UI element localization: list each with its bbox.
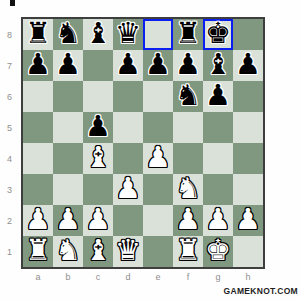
square-e1[interactable]	[143, 236, 173, 267]
piece-white-pawn[interactable]: ♟	[145, 142, 171, 173]
square-b4[interactable]	[53, 143, 83, 174]
piece-black-pawn[interactable]: ♟	[175, 49, 201, 80]
square-f4[interactable]	[173, 143, 203, 174]
square-h6[interactable]	[233, 81, 263, 112]
square-c2[interactable]: ♟	[83, 205, 113, 236]
square-h2[interactable]: ♟	[233, 205, 263, 236]
square-d1[interactable]: ♛	[113, 236, 143, 267]
piece-black-knight[interactable]: ♞	[55, 18, 81, 49]
piece-black-rook[interactable]: ♜	[25, 18, 51, 49]
piece-white-king[interactable]: ♚	[205, 235, 231, 266]
file-labels: abcdefgh	[23, 271, 263, 283]
piece-white-pawn[interactable]: ♟	[115, 173, 141, 204]
square-e2[interactable]	[143, 205, 173, 236]
file-label-g: g	[203, 271, 233, 283]
piece-black-queen[interactable]: ♛	[115, 18, 141, 49]
square-g2[interactable]: ♟	[203, 205, 233, 236]
piece-black-knight[interactable]: ♞	[175, 80, 201, 111]
square-f6[interactable]: ♞	[173, 81, 203, 112]
piece-black-pawn[interactable]: ♟	[55, 49, 81, 80]
square-h7[interactable]: ♟	[233, 50, 263, 81]
square-b7[interactable]: ♟	[53, 50, 83, 81]
square-h5[interactable]	[233, 112, 263, 143]
square-f5[interactable]	[173, 112, 203, 143]
square-b8[interactable]: ♞	[53, 19, 83, 50]
piece-black-pawn[interactable]: ♟	[235, 49, 261, 80]
piece-white-pawn[interactable]: ♟	[205, 204, 231, 235]
square-e4[interactable]: ♟	[143, 143, 173, 174]
piece-black-pawn[interactable]: ♟	[205, 80, 231, 111]
square-a2[interactable]: ♟	[23, 205, 53, 236]
piece-black-pawn[interactable]: ♟	[85, 111, 111, 142]
square-d6[interactable]	[113, 81, 143, 112]
square-a4[interactable]	[23, 143, 53, 174]
square-a6[interactable]	[23, 81, 53, 112]
piece-white-pawn[interactable]: ♟	[85, 204, 111, 235]
square-b6[interactable]	[53, 81, 83, 112]
piece-black-pawn[interactable]: ♟	[145, 49, 171, 80]
square-c7[interactable]	[83, 50, 113, 81]
file-label-b: b	[53, 271, 83, 283]
square-a7[interactable]: ♟	[23, 50, 53, 81]
rank-label-1: 1	[0, 236, 19, 267]
file-label-h: h	[233, 271, 263, 283]
board-widget: 87654321 ♜♞♝♛♜♚♟♟♟♟♟♝♟♞♟♟♝♟♟♞♟♟♟♟♟♟♜♞♝♛♜…	[0, 0, 300, 300]
piece-white-knight[interactable]: ♞	[175, 173, 201, 204]
square-d5[interactable]	[113, 112, 143, 143]
square-c4[interactable]: ♝	[83, 143, 113, 174]
square-f7[interactable]: ♟	[173, 50, 203, 81]
square-e6[interactable]	[143, 81, 173, 112]
square-g7[interactable]: ♝	[203, 50, 233, 81]
piece-black-rook[interactable]: ♜	[175, 18, 201, 49]
site-branding: GAMEKNOT.COM	[224, 286, 298, 296]
rank-label-3: 3	[0, 174, 19, 205]
piece-black-pawn[interactable]: ♟	[25, 49, 51, 80]
piece-white-rook[interactable]: ♜	[175, 235, 201, 266]
square-e3[interactable]	[143, 174, 173, 205]
square-c5[interactable]: ♟	[83, 112, 113, 143]
square-c8[interactable]: ♝	[83, 19, 113, 50]
piece-black-pawn[interactable]: ♟	[115, 49, 141, 80]
piece-black-bishop[interactable]: ♝	[85, 18, 111, 49]
square-e8[interactable]	[143, 19, 173, 50]
square-b5[interactable]	[53, 112, 83, 143]
piece-white-pawn[interactable]: ♟	[235, 204, 261, 235]
piece-white-bishop[interactable]: ♝	[85, 142, 111, 173]
chess-board[interactable]: ♜♞♝♛♜♚♟♟♟♟♟♝♟♞♟♟♝♟♟♞♟♟♟♟♟♟♜♞♝♛♜♚	[21, 17, 265, 269]
square-h8[interactable]	[233, 19, 263, 50]
square-b2[interactable]: ♟	[53, 205, 83, 236]
square-g4[interactable]	[203, 143, 233, 174]
square-d4[interactable]	[113, 143, 143, 174]
piece-white-pawn[interactable]: ♟	[55, 204, 81, 235]
square-d3[interactable]: ♟	[113, 174, 143, 205]
square-c3[interactable]	[83, 174, 113, 205]
square-f2[interactable]: ♟	[173, 205, 203, 236]
square-g6[interactable]: ♟	[203, 81, 233, 112]
piece-black-bishop[interactable]: ♝	[205, 49, 231, 80]
square-g3[interactable]	[203, 174, 233, 205]
piece-black-king[interactable]: ♚	[205, 18, 231, 49]
square-d7[interactable]: ♟	[113, 50, 143, 81]
square-h4[interactable]	[233, 143, 263, 174]
square-g5[interactable]	[203, 112, 233, 143]
rank-labels: 87654321	[0, 19, 19, 267]
piece-white-queen[interactable]: ♛	[115, 235, 141, 266]
file-label-a: a	[23, 271, 53, 283]
square-f1[interactable]: ♜	[173, 236, 203, 267]
file-label-c: c	[83, 271, 113, 283]
rank-label-4: 4	[0, 143, 19, 174]
square-e7[interactable]: ♟	[143, 50, 173, 81]
square-a3[interactable]	[23, 174, 53, 205]
square-h1[interactable]	[233, 236, 263, 267]
rank-label-7: 7	[0, 50, 19, 81]
square-e5[interactable]	[143, 112, 173, 143]
piece-white-pawn[interactable]: ♟	[175, 204, 201, 235]
square-a8[interactable]: ♜	[23, 19, 53, 50]
square-g8[interactable]: ♚	[203, 19, 233, 50]
file-label-f: f	[173, 271, 203, 283]
artifact-mark	[10, 0, 15, 6]
square-g1[interactable]: ♚	[203, 236, 233, 267]
rank-label-6: 6	[0, 81, 19, 112]
square-a1[interactable]: ♜	[23, 236, 53, 267]
square-b3[interactable]	[53, 174, 83, 205]
rank-label-8: 8	[0, 19, 19, 50]
square-c1[interactable]: ♝	[83, 236, 113, 267]
piece-white-pawn[interactable]: ♟	[25, 204, 51, 235]
square-f3[interactable]: ♞	[173, 174, 203, 205]
piece-white-bishop[interactable]: ♝	[85, 235, 111, 266]
file-label-d: d	[113, 271, 143, 283]
piece-white-knight[interactable]: ♞	[55, 235, 81, 266]
rank-label-5: 5	[0, 112, 19, 143]
rank-label-2: 2	[0, 205, 19, 236]
square-c6[interactable]	[83, 81, 113, 112]
square-a5[interactable]	[23, 112, 53, 143]
square-d8[interactable]: ♛	[113, 19, 143, 50]
square-f8[interactable]: ♜	[173, 19, 203, 50]
piece-white-rook[interactable]: ♜	[25, 235, 51, 266]
square-b1[interactable]: ♞	[53, 236, 83, 267]
square-h3[interactable]	[233, 174, 263, 205]
square-d2[interactable]	[113, 205, 143, 236]
file-label-e: e	[143, 271, 173, 283]
